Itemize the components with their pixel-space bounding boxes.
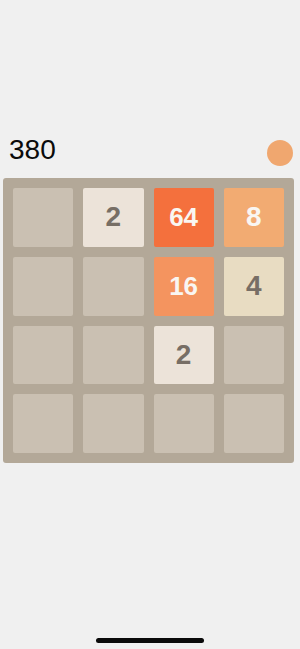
empty-cell <box>13 257 73 316</box>
tile-4: 4 <box>224 257 284 316</box>
score: 380 <box>9 134 56 166</box>
tile-64: 64 <box>154 188 214 247</box>
tile-8: 8 <box>224 188 284 247</box>
empty-cell <box>13 326 73 385</box>
empty-cell <box>83 326 143 385</box>
new-tile-indicator[interactable] <box>267 140 293 166</box>
empty-cell <box>224 394 284 453</box>
app-screen: 380 26481642 3x3 4x4 5x5 <box>0 0 300 649</box>
empty-cell <box>154 394 214 453</box>
empty-cell <box>224 326 284 385</box>
empty-cell <box>13 188 73 247</box>
tile-16: 16 <box>154 257 214 316</box>
board[interactable]: 26481642 <box>3 178 294 463</box>
tile-2: 2 <box>154 326 214 385</box>
tile-2: 2 <box>83 188 143 247</box>
empty-cell <box>83 394 143 453</box>
empty-cell <box>83 257 143 316</box>
home-indicator[interactable] <box>96 638 204 643</box>
toolbar: 3x3 4x4 5x5 <box>0 570 300 625</box>
empty-cell <box>13 394 73 453</box>
